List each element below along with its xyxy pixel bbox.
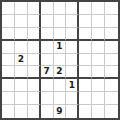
cell-r6c6[interactable] [66, 66, 79, 79]
sudoku-board: 127219 [0, 0, 120, 120]
cell-r5c5[interactable] [54, 54, 67, 67]
cell-r3c1[interactable] [2, 28, 15, 41]
cell-r2c3[interactable] [28, 15, 41, 28]
cell-r4c2[interactable] [15, 41, 28, 54]
cell-r6c8[interactable] [92, 66, 105, 79]
cell-r1c9[interactable] [105, 2, 118, 15]
cell-r6c4[interactable]: 7 [41, 66, 54, 79]
cell-r4c4[interactable] [41, 41, 54, 54]
cell-r9c3[interactable] [28, 105, 41, 118]
cell-r7c8[interactable] [92, 79, 105, 92]
cell-r9c9[interactable] [105, 105, 118, 118]
cell-r4c9[interactable] [105, 41, 118, 54]
cell-r4c8[interactable] [92, 41, 105, 54]
cell-r8c1[interactable] [2, 92, 15, 105]
cell-r1c6[interactable] [66, 2, 79, 15]
cell-r3c5[interactable] [54, 28, 67, 41]
cell-r7c6[interactable]: 1 [66, 79, 79, 92]
cell-r4c5[interactable]: 1 [54, 41, 67, 54]
cell-r1c5[interactable] [54, 2, 67, 15]
cell-r7c9[interactable] [105, 79, 118, 92]
cell-r8c7[interactable] [79, 92, 92, 105]
cell-r1c4[interactable] [41, 2, 54, 15]
cell-r7c3[interactable] [28, 79, 41, 92]
cell-r5c4[interactable] [41, 54, 54, 67]
cell-r6c1[interactable] [2, 66, 15, 79]
cell-r7c1[interactable] [2, 79, 15, 92]
cell-r9c5[interactable]: 9 [54, 105, 67, 118]
cell-r6c7[interactable] [79, 66, 92, 79]
cell-r3c9[interactable] [105, 28, 118, 41]
cell-r5c8[interactable] [92, 54, 105, 67]
cell-r2c4[interactable] [41, 15, 54, 28]
cell-r2c6[interactable] [66, 15, 79, 28]
cell-r6c3[interactable] [28, 66, 41, 79]
cell-r4c7[interactable] [79, 41, 92, 54]
cell-r6c5[interactable]: 2 [54, 66, 67, 79]
cell-r6c9[interactable] [105, 66, 118, 79]
cell-r3c2[interactable] [15, 28, 28, 41]
cell-r7c2[interactable] [15, 79, 28, 92]
cell-r9c7[interactable] [79, 105, 92, 118]
cell-r7c5[interactable] [54, 79, 67, 92]
cell-r1c3[interactable] [28, 2, 41, 15]
cell-r5c3[interactable] [28, 54, 41, 67]
cell-r2c5[interactable] [54, 15, 67, 28]
cell-r2c8[interactable] [92, 15, 105, 28]
cell-r9c6[interactable] [66, 105, 79, 118]
cell-r8c6[interactable] [66, 92, 79, 105]
cell-r5c6[interactable] [66, 54, 79, 67]
cell-r9c4[interactable] [41, 105, 54, 118]
cell-r8c3[interactable] [28, 92, 41, 105]
cell-r7c4[interactable] [41, 79, 54, 92]
cell-r4c1[interactable] [2, 41, 15, 54]
cell-r3c7[interactable] [79, 28, 92, 41]
cell-r3c8[interactable] [92, 28, 105, 41]
cell-r9c1[interactable] [2, 105, 15, 118]
cell-r5c7[interactable] [79, 54, 92, 67]
cell-r8c4[interactable] [41, 92, 54, 105]
cell-r1c1[interactable] [2, 2, 15, 15]
cell-r9c8[interactable] [92, 105, 105, 118]
cell-r1c7[interactable] [79, 2, 92, 15]
cell-r1c2[interactable] [15, 2, 28, 15]
cell-r9c2[interactable] [15, 105, 28, 118]
cell-r4c6[interactable] [66, 41, 79, 54]
cell-r7c7[interactable] [79, 79, 92, 92]
cell-r3c4[interactable] [41, 28, 54, 41]
cell-r5c2[interactable]: 2 [15, 54, 28, 67]
cell-r8c5[interactable] [54, 92, 67, 105]
cell-r4c3[interactable] [28, 41, 41, 54]
cell-r3c6[interactable] [66, 28, 79, 41]
cell-r2c1[interactable] [2, 15, 15, 28]
cell-r5c1[interactable] [2, 54, 15, 67]
cell-r2c9[interactable] [105, 15, 118, 28]
cell-r8c2[interactable] [15, 92, 28, 105]
cell-r1c8[interactable] [92, 2, 105, 15]
cell-r2c7[interactable] [79, 15, 92, 28]
cell-r8c8[interactable] [92, 92, 105, 105]
cell-r5c9[interactable] [105, 54, 118, 67]
cell-r8c9[interactable] [105, 92, 118, 105]
cell-r3c3[interactable] [28, 28, 41, 41]
cell-r6c2[interactable] [15, 66, 28, 79]
cell-r2c2[interactable] [15, 15, 28, 28]
